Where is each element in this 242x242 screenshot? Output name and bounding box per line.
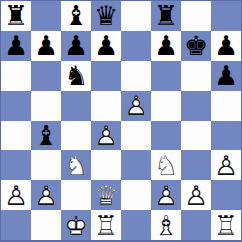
square-d6[interactable] bbox=[91, 61, 121, 91]
square-h6[interactable]: ♟ bbox=[211, 61, 241, 91]
square-a4[interactable] bbox=[1, 121, 31, 151]
square-b6[interactable] bbox=[31, 61, 61, 91]
square-g4[interactable] bbox=[181, 121, 211, 151]
white-queen-outline-icon: ♕ bbox=[91, 180, 121, 210]
square-c4[interactable] bbox=[61, 121, 91, 151]
square-h7[interactable]: ♟ bbox=[211, 31, 241, 61]
square-a8[interactable]: ♜ bbox=[1, 1, 31, 31]
black-bishop-icon: ♝ bbox=[31, 121, 61, 151]
white-pawn-piece[interactable]: ♟♙ bbox=[31, 180, 61, 210]
white-knight-piece[interactable]: ♞♘ bbox=[151, 150, 181, 180]
black-bishop-icon: ♝ bbox=[61, 1, 91, 31]
square-a3[interactable] bbox=[1, 150, 31, 180]
white-pawn-piece[interactable]: ♟♙ bbox=[211, 150, 241, 180]
black-queen-icon: ♛ bbox=[91, 1, 121, 31]
square-f5[interactable] bbox=[151, 91, 181, 121]
square-c3[interactable]: ♞♘ bbox=[61, 150, 91, 180]
black-pawn-piece[interactable]: ♟ bbox=[211, 31, 241, 61]
square-g3[interactable] bbox=[181, 150, 211, 180]
square-d7[interactable]: ♟ bbox=[91, 31, 121, 61]
square-b5[interactable] bbox=[31, 91, 61, 121]
white-rook-piece[interactable]: ♜♖ bbox=[211, 210, 241, 240]
square-d2[interactable]: ♛♕ bbox=[91, 180, 121, 210]
white-bishop-piece[interactable]: ♝♗ bbox=[151, 210, 181, 240]
square-b1[interactable] bbox=[31, 210, 61, 240]
square-h8[interactable] bbox=[211, 1, 241, 31]
square-g6[interactable] bbox=[181, 61, 211, 91]
square-b4[interactable]: ♝ bbox=[31, 121, 61, 151]
square-h4[interactable] bbox=[211, 121, 241, 151]
white-bishop-outline-icon: ♗ bbox=[151, 210, 181, 240]
black-rook-piece[interactable]: ♜ bbox=[151, 1, 181, 31]
square-d8[interactable]: ♛ bbox=[91, 1, 121, 31]
square-g5[interactable] bbox=[181, 91, 211, 121]
black-pawn-piece[interactable]: ♟ bbox=[61, 31, 91, 61]
square-e1[interactable] bbox=[121, 210, 151, 240]
square-f7[interactable]: ♟ bbox=[151, 31, 181, 61]
white-pawn-outline-icon: ♙ bbox=[91, 121, 121, 151]
square-e3[interactable] bbox=[121, 150, 151, 180]
square-b7[interactable]: ♟ bbox=[31, 31, 61, 61]
square-c2[interactable] bbox=[61, 180, 91, 210]
white-queen-piece[interactable]: ♛♕ bbox=[91, 180, 121, 210]
square-c7[interactable]: ♟ bbox=[61, 31, 91, 61]
black-rook-icon: ♜ bbox=[151, 1, 181, 31]
white-king-outline-icon: ♔ bbox=[61, 210, 91, 240]
square-g7[interactable]: ♚ bbox=[181, 31, 211, 61]
white-knight-outline-icon: ♘ bbox=[151, 150, 181, 180]
square-e4[interactable] bbox=[121, 121, 151, 151]
white-pawn-piece[interactable]: ♟♙ bbox=[91, 121, 121, 151]
square-d1[interactable]: ♜♖ bbox=[91, 210, 121, 240]
square-f1[interactable]: ♝♗ bbox=[151, 210, 181, 240]
white-pawn-outline-icon: ♙ bbox=[1, 180, 31, 210]
white-pawn-outline-icon: ♙ bbox=[121, 91, 151, 121]
square-d4[interactable]: ♟♙ bbox=[91, 121, 121, 151]
white-pawn-outline-icon: ♙ bbox=[181, 180, 211, 210]
black-knight-piece[interactable]: ♞ bbox=[61, 61, 91, 91]
black-rook-piece[interactable]: ♜ bbox=[1, 1, 31, 31]
square-f3[interactable]: ♞♘ bbox=[151, 150, 181, 180]
black-king-piece[interactable]: ♚ bbox=[181, 31, 211, 61]
square-e7[interactable] bbox=[121, 31, 151, 61]
square-b3[interactable] bbox=[31, 150, 61, 180]
white-pawn-outline-icon: ♙ bbox=[151, 180, 181, 210]
black-pawn-icon: ♟ bbox=[61, 31, 91, 61]
black-pawn-piece[interactable]: ♟ bbox=[151, 31, 181, 61]
white-rook-outline-icon: ♖ bbox=[91, 210, 121, 240]
square-e8[interactable] bbox=[121, 1, 151, 31]
square-e6[interactable] bbox=[121, 61, 151, 91]
square-a5[interactable] bbox=[1, 91, 31, 121]
square-h5[interactable] bbox=[211, 91, 241, 121]
white-pawn-piece[interactable]: ♟♙ bbox=[1, 180, 31, 210]
black-pawn-icon: ♟ bbox=[151, 31, 181, 61]
black-queen-piece[interactable]: ♛ bbox=[91, 1, 121, 31]
white-rook-piece[interactable]: ♜♖ bbox=[91, 210, 121, 240]
black-pawn-icon: ♟ bbox=[1, 31, 31, 61]
square-h3[interactable]: ♟♙ bbox=[211, 150, 241, 180]
white-knight-piece[interactable]: ♞♘ bbox=[61, 150, 91, 180]
white-pawn-piece[interactable]: ♟♙ bbox=[121, 91, 151, 121]
black-rook-icon: ♜ bbox=[1, 1, 31, 31]
white-knight-outline-icon: ♘ bbox=[61, 150, 91, 180]
square-b8[interactable] bbox=[31, 1, 61, 31]
black-pawn-piece[interactable]: ♟ bbox=[1, 31, 31, 61]
square-e2[interactable] bbox=[121, 180, 151, 210]
square-c1[interactable]: ♚♔ bbox=[61, 210, 91, 240]
square-f2[interactable]: ♟♙ bbox=[151, 180, 181, 210]
square-f4[interactable] bbox=[151, 121, 181, 151]
black-pawn-icon: ♟ bbox=[31, 31, 61, 61]
square-e5[interactable]: ♟♙ bbox=[121, 91, 151, 121]
square-a7[interactable]: ♟ bbox=[1, 31, 31, 61]
square-a6[interactable] bbox=[1, 61, 31, 91]
white-pawn-outline-icon: ♙ bbox=[31, 180, 61, 210]
chess-board: ♜♝♛♜♟♟♟♟♟♚♟♞♟♟♙♝♟♙♞♘♞♘♟♙♟♙♟♙♛♕♟♙♟♙♚♔♜♖♝♗… bbox=[0, 0, 242, 242]
black-bishop-piece[interactable]: ♝ bbox=[61, 1, 91, 31]
white-rook-outline-icon: ♖ bbox=[211, 210, 241, 240]
square-h1[interactable]: ♜♖ bbox=[211, 210, 241, 240]
black-pawn-icon: ♟ bbox=[211, 31, 241, 61]
square-c6[interactable]: ♞ bbox=[61, 61, 91, 91]
square-d3[interactable] bbox=[91, 150, 121, 180]
black-king-icon: ♚ bbox=[181, 31, 211, 61]
white-king-piece[interactable]: ♚♔ bbox=[61, 210, 91, 240]
board-container: ♜♝♛♜♟♟♟♟♟♚♟♞♟♟♙♝♟♙♞♘♞♘♟♙♟♙♟♙♛♕♟♙♟♙♚♔♜♖♝♗… bbox=[0, 0, 242, 242]
black-knight-icon: ♞ bbox=[61, 61, 91, 91]
square-a1[interactable] bbox=[1, 210, 31, 240]
square-g8[interactable] bbox=[181, 1, 211, 31]
white-pawn-piece[interactable]: ♟♙ bbox=[181, 180, 211, 210]
black-pawn-piece[interactable]: ♟ bbox=[211, 61, 241, 91]
square-d5[interactable] bbox=[91, 91, 121, 121]
square-c8[interactable]: ♝ bbox=[61, 1, 91, 31]
square-g2[interactable]: ♟♙ bbox=[181, 180, 211, 210]
black-pawn-icon: ♟ bbox=[91, 31, 121, 61]
white-pawn-outline-icon: ♙ bbox=[211, 150, 241, 180]
black-pawn-piece[interactable]: ♟ bbox=[91, 31, 121, 61]
square-b2[interactable]: ♟♙ bbox=[31, 180, 61, 210]
black-pawn-piece[interactable]: ♟ bbox=[31, 31, 61, 61]
white-pawn-piece[interactable]: ♟♙ bbox=[151, 180, 181, 210]
square-f8[interactable]: ♜ bbox=[151, 1, 181, 31]
square-c5[interactable] bbox=[61, 91, 91, 121]
square-g1[interactable] bbox=[181, 210, 211, 240]
square-h2[interactable] bbox=[211, 180, 241, 210]
square-f6[interactable] bbox=[151, 61, 181, 91]
black-bishop-piece[interactable]: ♝ bbox=[31, 121, 61, 151]
black-pawn-icon: ♟ bbox=[211, 61, 241, 91]
square-a2[interactable]: ♟♙ bbox=[1, 180, 31, 210]
